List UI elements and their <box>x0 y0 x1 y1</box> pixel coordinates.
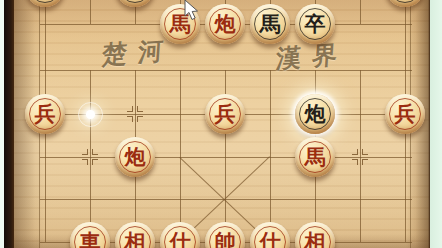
board-line <box>270 70 271 242</box>
board-line <box>90 0 91 24</box>
piece-glyph: 相 <box>125 231 146 248</box>
piece-black-馬[interactable]: 馬 <box>250 4 290 44</box>
piece-black-炮[interactable]: 炮 <box>295 94 335 134</box>
board-line <box>360 0 361 24</box>
piece-red-馬[interactable]: 馬 <box>295 137 335 177</box>
piece-glyph: 卒 <box>305 13 326 34</box>
piece-glyph: 炮 <box>125 146 146 167</box>
right-outer-strip <box>430 0 442 248</box>
piece-glyph: 兵 <box>395 103 416 124</box>
piece-glyph: 車 <box>80 231 101 248</box>
piece-red-兵[interactable]: 兵 <box>385 94 425 134</box>
board-line <box>180 70 181 242</box>
game-screen: 楚河 漢界 卒卒卒馬炮馬卒兵兵炮兵炮馬車相仕帥仕相 <box>0 0 442 248</box>
piece-glyph: 仕 <box>260 231 281 248</box>
piece-black-卒[interactable]: 卒 <box>295 4 335 44</box>
piece-glyph: 兵 <box>35 103 56 124</box>
piece-red-兵[interactable]: 兵 <box>205 94 245 134</box>
mouse-cursor-icon <box>183 0 201 22</box>
board-left-dark-edge <box>4 0 14 248</box>
river-label-left: 楚河 <box>101 33 175 71</box>
piece-glyph: 仕 <box>170 231 191 248</box>
piece-glyph: 兵 <box>215 103 236 124</box>
piece-glyph: 炮 <box>215 13 236 34</box>
piece-glyph: 炮 <box>305 103 326 124</box>
piece-glyph: 帥 <box>215 231 236 248</box>
board-line <box>40 70 412 71</box>
piece-red-炮[interactable]: 炮 <box>115 137 155 177</box>
piece-glyph: 相 <box>305 231 326 248</box>
piece-red-炮[interactable]: 炮 <box>205 4 245 44</box>
point-marker <box>350 147 370 167</box>
piece-glyph: 馬 <box>305 146 326 167</box>
last-move-origin-glow <box>86 110 95 119</box>
point-marker <box>80 147 100 167</box>
piece-glyph: 馬 <box>260 13 281 34</box>
piece-red-兵[interactable]: 兵 <box>25 94 65 134</box>
point-marker <box>125 104 145 124</box>
